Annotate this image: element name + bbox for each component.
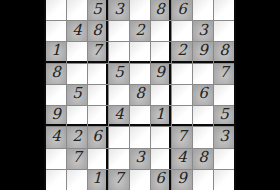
cell-r3c9[interactable]: 8 (214, 42, 234, 62)
cell-r2c1[interactable] (46, 21, 66, 41)
cell-r8c3[interactable] (88, 149, 108, 169)
cell-r6c3[interactable] (88, 106, 108, 126)
cell-r4c4[interactable]: 5 (109, 64, 129, 84)
given-digit: 7 (92, 43, 102, 58)
cell-r7c4[interactable] (109, 127, 129, 147)
cell-r6c8[interactable] (193, 106, 213, 126)
given-digit: 5 (114, 65, 124, 80)
cell-r9c8[interactable] (193, 170, 213, 190)
given-digit: 6 (177, 2, 187, 17)
given-digit: 9 (177, 171, 187, 186)
given-digit: 1 (51, 43, 61, 58)
given-digit: 8 (219, 43, 229, 58)
cell-r1c1[interactable] (46, 0, 66, 20)
given-digit: 4 (72, 23, 82, 38)
cell-r8c8[interactable]: 8 (193, 149, 213, 169)
cell-r2c4[interactable] (109, 21, 129, 41)
given-digit: 7 (219, 65, 229, 80)
cell-r5c9[interactable] (214, 85, 234, 105)
cell-r1c3[interactable]: 5 (88, 0, 108, 20)
given-digit: 6 (92, 129, 102, 144)
cell-r9c9[interactable] (214, 170, 234, 190)
given-digit: 5 (219, 107, 229, 122)
given-digit: 7 (72, 150, 82, 165)
cell-r8c4[interactable] (109, 149, 129, 169)
cell-r6c1[interactable]: 9 (46, 106, 66, 126)
given-digit: 9 (155, 65, 165, 80)
cell-r6c5[interactable] (130, 106, 150, 126)
cell-r5c4[interactable] (109, 85, 129, 105)
cell-r4c9[interactable]: 7 (214, 64, 234, 84)
cell-r1c4[interactable]: 3 (109, 0, 129, 20)
cell-r1c2[interactable] (67, 0, 87, 20)
cell-r4c1[interactable]: 8 (46, 64, 66, 84)
given-digit: 9 (198, 43, 208, 58)
given-digit: 3 (114, 2, 124, 17)
cell-r5c3[interactable] (88, 85, 108, 105)
given-digit: 8 (51, 65, 61, 80)
given-digit: 4 (51, 129, 61, 144)
given-digit: 3 (135, 150, 145, 165)
cell-r4c8[interactable] (193, 64, 213, 84)
cell-r9c4[interactable]: 7 (109, 170, 129, 190)
cell-r3c7[interactable]: 2 (172, 42, 192, 62)
cell-r4c2[interactable] (67, 64, 87, 84)
cell-r8c1[interactable] (46, 149, 66, 169)
cell-r4c3[interactable] (88, 64, 108, 84)
cell-r8c7[interactable]: 4 (172, 149, 192, 169)
cell-r9c5[interactable] (130, 170, 150, 190)
cell-r5c1[interactable] (46, 85, 66, 105)
given-digit: 4 (114, 107, 124, 122)
cell-r9c7[interactable]: 9 (172, 170, 192, 190)
cell-r8c9[interactable] (214, 149, 234, 169)
cell-r4c6[interactable]: 9 (151, 64, 171, 84)
cell-r9c3[interactable]: 1 (88, 170, 108, 190)
cell-r9c6[interactable]: 6 (151, 170, 171, 190)
cell-r2c5[interactable]: 2 (130, 21, 150, 41)
cell-r1c8[interactable] (193, 0, 213, 20)
given-digit: 7 (177, 129, 187, 144)
cell-r9c2[interactable] (67, 170, 87, 190)
cell-r7c9[interactable]: 3 (214, 127, 234, 147)
given-digit: 2 (135, 23, 145, 38)
given-digit: 9 (51, 107, 61, 122)
given-digit: 1 (92, 171, 102, 186)
cell-r8c5[interactable]: 3 (130, 149, 150, 169)
given-digit: 3 (219, 129, 229, 144)
given-digit: 8 (135, 86, 145, 101)
cell-r3c1[interactable]: 1 (46, 42, 66, 62)
cell-r7c8[interactable] (193, 127, 213, 147)
given-digit: 6 (155, 171, 165, 186)
cell-r2c3[interactable]: 8 (88, 21, 108, 41)
given-digit: 8 (155, 2, 165, 17)
given-digit: 8 (92, 23, 102, 38)
cell-r9c1[interactable] (46, 170, 66, 190)
cell-r5c5[interactable]: 8 (130, 85, 150, 105)
cell-r6c2[interactable] (67, 106, 87, 126)
cell-r8c2[interactable]: 7 (67, 149, 87, 169)
cell-r3c8[interactable]: 9 (193, 42, 213, 62)
cell-r7c6[interactable] (151, 127, 171, 147)
cell-r8c6[interactable] (151, 149, 171, 169)
cell-r7c2[interactable]: 2 (67, 127, 87, 147)
cell-r5c8[interactable]: 6 (193, 85, 213, 105)
given-digit: 4 (177, 150, 187, 165)
given-digit: 7 (114, 171, 124, 186)
cell-r2c8[interactable]: 3 (193, 21, 213, 41)
given-digit: 5 (92, 2, 102, 17)
cell-r7c5[interactable] (130, 127, 150, 147)
cell-r2c2[interactable]: 4 (67, 21, 87, 41)
cell-r1c9[interactable] (214, 0, 234, 20)
given-digit: 6 (198, 86, 208, 101)
given-digit: 1 (155, 107, 165, 122)
screen: 5386482317298859758694154267373481769 (0, 0, 280, 190)
cell-r2c7[interactable] (172, 21, 192, 41)
cell-r3c5[interactable] (130, 42, 150, 62)
cell-r2c6[interactable] (151, 21, 171, 41)
cell-r4c7[interactable] (172, 64, 192, 84)
given-digit: 8 (198, 150, 208, 165)
given-digit: 5 (72, 86, 82, 101)
cell-r3c4[interactable] (109, 42, 129, 62)
cell-r7c1[interactable]: 4 (46, 127, 66, 147)
cell-r3c6[interactable] (151, 42, 171, 62)
cell-r6c4[interactable]: 4 (109, 106, 129, 126)
cell-r3c2[interactable] (67, 42, 87, 62)
given-digit: 2 (72, 129, 82, 144)
sudoku-board: 5386482317298859758694154267373481769 (44, 0, 236, 190)
cell-r3c3[interactable]: 7 (88, 42, 108, 62)
cell-r1c5[interactable] (130, 0, 150, 20)
cell-r7c3[interactable]: 6 (88, 127, 108, 147)
cell-r7c7[interactable]: 7 (172, 127, 192, 147)
cell-r5c6[interactable] (151, 85, 171, 105)
cell-r5c2[interactable]: 5 (67, 85, 87, 105)
given-digit: 2 (177, 43, 187, 58)
cell-r1c7[interactable]: 6 (172, 0, 192, 20)
cell-r1c6[interactable]: 8 (151, 0, 171, 20)
given-digit: 3 (198, 23, 208, 38)
cell-r6c6[interactable]: 1 (151, 106, 171, 126)
cell-r6c7[interactable] (172, 106, 192, 126)
cell-r2c9[interactable] (214, 21, 234, 41)
cell-r6c9[interactable]: 5 (214, 106, 234, 126)
cell-r4c5[interactable] (130, 64, 150, 84)
cell-r5c7[interactable] (172, 85, 192, 105)
